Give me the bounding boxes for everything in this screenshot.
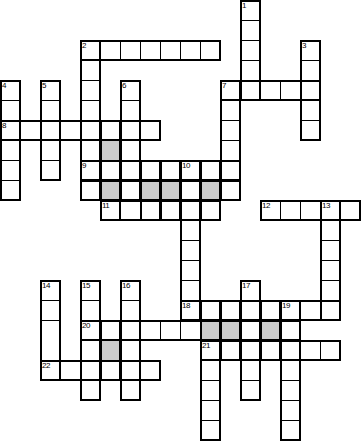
cell[interactable] — [280, 420, 301, 441]
cell[interactable] — [80, 100, 101, 121]
clue-number: 21 — [202, 341, 210, 350]
cell[interactable]: 7 — [220, 80, 241, 101]
cell[interactable] — [0, 160, 21, 181]
cell[interactable] — [280, 200, 301, 221]
cell[interactable] — [240, 320, 261, 341]
cell[interactable] — [220, 300, 241, 321]
clue-number: 20 — [82, 321, 90, 330]
cell[interactable] — [260, 300, 281, 321]
cell[interactable] — [320, 260, 341, 281]
cell[interactable] — [140, 160, 161, 181]
clue-number: 22 — [42, 361, 50, 370]
cell[interactable] — [80, 140, 101, 161]
cell[interactable] — [300, 120, 321, 141]
cell[interactable] — [140, 40, 161, 61]
cell[interactable] — [300, 200, 321, 221]
cell[interactable] — [80, 180, 101, 201]
cell[interactable] — [120, 300, 141, 321]
cell[interactable] — [0, 180, 21, 201]
cell[interactable] — [320, 340, 341, 361]
cell[interactable]: 17 — [240, 280, 261, 301]
cell[interactable] — [180, 40, 201, 61]
cell[interactable]: 4 — [0, 80, 21, 101]
cell[interactable] — [260, 80, 281, 101]
cell[interactable] — [200, 300, 221, 321]
cell[interactable] — [220, 100, 241, 121]
cell[interactable] — [300, 60, 321, 81]
cell[interactable] — [240, 300, 261, 321]
cell[interactable]: 11 — [100, 200, 121, 221]
cell[interactable] — [120, 340, 141, 361]
crossword-board: 12345678910111213141516171819202122 — [0, 0, 361, 441]
cell[interactable] — [240, 20, 261, 41]
clue-number: 15 — [82, 281, 90, 290]
clue-number: 6 — [122, 81, 126, 90]
shaded-cell[interactable] — [160, 180, 181, 201]
cell[interactable] — [100, 40, 121, 61]
cell[interactable] — [320, 240, 341, 261]
cell[interactable] — [200, 420, 221, 441]
clue-number: 13 — [322, 201, 330, 210]
cell[interactable] — [80, 120, 101, 141]
cell[interactable] — [220, 160, 241, 181]
cell[interactable] — [180, 240, 201, 261]
cell[interactable] — [160, 200, 181, 221]
cell[interactable] — [120, 140, 141, 161]
cell[interactable] — [280, 80, 301, 101]
cell[interactable] — [220, 340, 241, 361]
cell[interactable] — [100, 120, 121, 141]
clue-number: 4 — [2, 81, 6, 90]
cell[interactable] — [280, 340, 301, 361]
clue-number: 11 — [102, 201, 109, 210]
cell[interactable] — [80, 60, 101, 81]
cell[interactable] — [80, 300, 101, 321]
clue-number: 19 — [282, 301, 290, 310]
cell[interactable] — [100, 360, 121, 381]
crossword-board-wrap: 12345678910111213141516171819202122 — [0, 0, 361, 441]
cell[interactable] — [80, 80, 101, 101]
cell[interactable] — [280, 400, 301, 421]
shaded-cell[interactable] — [260, 320, 281, 341]
cell[interactable] — [60, 360, 81, 381]
cell[interactable]: 14 — [40, 280, 61, 301]
clue-number: 9 — [82, 161, 86, 170]
clue-number: 12 — [262, 201, 270, 210]
clue-number: 1 — [242, 1, 246, 10]
cell[interactable] — [40, 100, 61, 121]
shaded-cell[interactable] — [100, 180, 121, 201]
cell[interactable] — [80, 340, 101, 361]
cell[interactable] — [120, 320, 141, 341]
cell[interactable]: 5 — [40, 80, 61, 101]
cell[interactable] — [200, 40, 221, 61]
cell[interactable] — [220, 120, 241, 141]
shaded-cell[interactable] — [220, 320, 241, 341]
cell[interactable]: 10 — [180, 160, 201, 181]
cell[interactable] — [120, 360, 141, 381]
cell[interactable] — [280, 320, 301, 341]
cell[interactable] — [180, 180, 201, 201]
cell[interactable] — [20, 120, 41, 141]
cell[interactable]: 6 — [120, 80, 141, 101]
cell[interactable]: 15 — [80, 280, 101, 301]
cell[interactable] — [0, 140, 21, 161]
cell[interactable]: 8 — [0, 120, 21, 141]
clue-number: 5 — [42, 81, 46, 90]
cell[interactable]: 16 — [120, 280, 141, 301]
cell[interactable] — [160, 320, 181, 341]
cell[interactable] — [160, 40, 181, 61]
cell[interactable]: 20 — [80, 320, 101, 341]
cell[interactable] — [280, 380, 301, 401]
cell[interactable] — [180, 260, 201, 281]
clue-number: 8 — [2, 121, 6, 130]
cell[interactable] — [220, 140, 241, 161]
cell[interactable] — [180, 320, 201, 341]
cell[interactable] — [240, 80, 261, 101]
cell[interactable] — [120, 100, 141, 121]
puzzle-page: 12345678910111213141516171819202122 — [0, 0, 361, 441]
cell[interactable] — [320, 300, 341, 321]
cell[interactable]: 9 — [80, 160, 101, 181]
cell[interactable] — [100, 320, 121, 341]
cell[interactable] — [140, 200, 161, 221]
clue-number: 16 — [122, 281, 130, 290]
cell[interactable] — [300, 80, 321, 101]
cell[interactable] — [280, 360, 301, 381]
cell[interactable] — [80, 360, 101, 381]
cell[interactable] — [260, 340, 281, 361]
cell[interactable]: 13 — [320, 200, 341, 221]
cell[interactable] — [240, 60, 261, 81]
cell[interactable] — [320, 220, 341, 241]
clue-number: 3 — [302, 41, 306, 50]
cell[interactable] — [320, 280, 341, 301]
cell[interactable] — [120, 380, 141, 401]
cell[interactable] — [220, 180, 241, 201]
clue-number: 2 — [82, 41, 86, 50]
cell[interactable] — [300, 300, 321, 321]
cell[interactable] — [140, 360, 161, 381]
cell[interactable] — [120, 40, 141, 61]
clue-number: 10 — [182, 161, 190, 170]
cell[interactable] — [180, 280, 201, 301]
cell[interactable] — [140, 120, 161, 141]
cell[interactable] — [120, 180, 141, 201]
cell[interactable]: 12 — [260, 200, 281, 221]
cell[interactable] — [200, 160, 221, 181]
cell[interactable] — [200, 360, 221, 381]
cell[interactable] — [100, 160, 121, 181]
cell[interactable] — [60, 120, 81, 141]
cell[interactable]: 21 — [200, 340, 221, 361]
clue-number: 14 — [42, 281, 50, 290]
clue-number: 18 — [182, 301, 190, 310]
cell[interactable] — [40, 120, 61, 141]
cell[interactable] — [120, 120, 141, 141]
shaded-cell[interactable] — [100, 340, 121, 361]
shaded-cell[interactable] — [200, 180, 221, 201]
cell[interactable] — [240, 380, 261, 401]
cell[interactable]: 1 — [240, 0, 261, 21]
cell[interactable] — [0, 100, 21, 121]
cell[interactable] — [40, 300, 61, 321]
clue-number: 17 — [242, 281, 250, 290]
cell[interactable] — [180, 220, 201, 241]
cell[interactable] — [240, 40, 261, 61]
cell[interactable] — [180, 200, 201, 221]
shaded-cell[interactable] — [100, 140, 121, 161]
cell[interactable] — [120, 200, 141, 221]
cell[interactable]: 19 — [280, 300, 301, 321]
clue-number: 7 — [222, 81, 226, 90]
cell[interactable]: 18 — [180, 300, 201, 321]
shaded-cell[interactable] — [200, 320, 221, 341]
cell[interactable] — [240, 360, 261, 381]
cell[interactable]: 2 — [80, 40, 101, 61]
cell[interactable] — [120, 160, 141, 181]
cell[interactable] — [40, 160, 61, 181]
cell[interactable] — [200, 400, 221, 421]
cell[interactable] — [300, 340, 321, 361]
cell[interactable] — [240, 340, 261, 361]
cell[interactable] — [80, 380, 101, 401]
cell[interactable] — [140, 320, 161, 341]
shaded-cell[interactable] — [140, 180, 161, 201]
cell[interactable] — [200, 380, 221, 401]
cell[interactable]: 22 — [40, 360, 61, 381]
cell[interactable] — [160, 160, 181, 181]
cell[interactable] — [40, 140, 61, 161]
cell[interactable] — [340, 200, 361, 221]
cell[interactable] — [300, 100, 321, 121]
cell[interactable]: 3 — [300, 40, 321, 61]
cell[interactable] — [200, 200, 221, 221]
